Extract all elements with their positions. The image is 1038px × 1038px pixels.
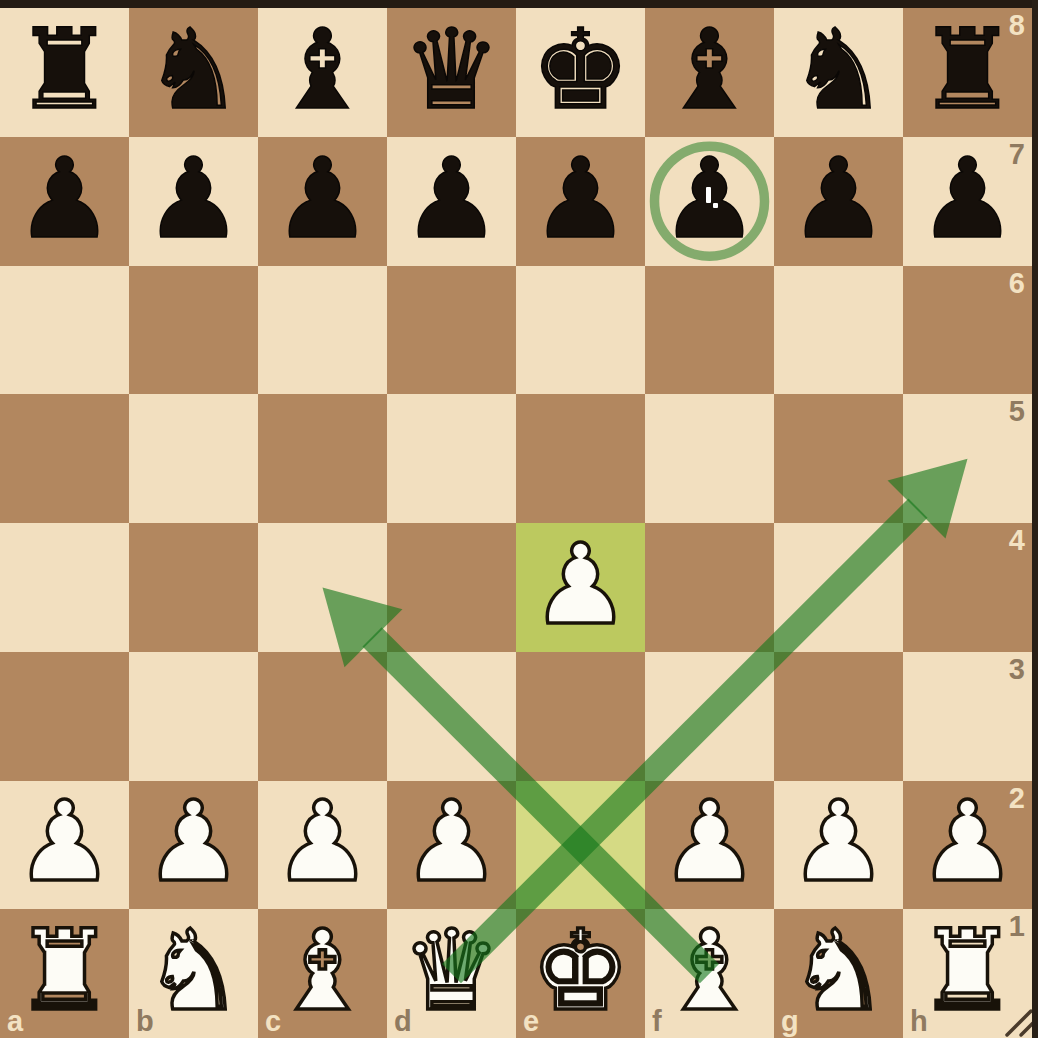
file-label-b: b — [136, 1007, 154, 1036]
square-a6[interactable] — [0, 266, 129, 395]
square-f6[interactable] — [645, 266, 774, 395]
square-g5[interactable] — [774, 394, 903, 523]
rank-label-4: 4 — [1009, 526, 1025, 555]
square-f3[interactable] — [645, 652, 774, 781]
square-c8[interactable]: ♝ — [258, 8, 387, 137]
file-label-c: c — [265, 1007, 281, 1036]
file-label-a: a — [7, 1007, 23, 1036]
white-bishop-f1[interactable]: ♝ — [645, 909, 774, 1038]
square-d8[interactable]: ♛ — [387, 8, 516, 137]
square-g2[interactable]: ♟ — [774, 781, 903, 910]
black-bishop-f8[interactable]: ♝ — [645, 8, 774, 137]
white-pawn-b2[interactable]: ♟ — [129, 781, 258, 910]
black-pawn-e7[interactable]: ♟ — [516, 137, 645, 266]
black-pawn-d7[interactable]: ♟ — [387, 137, 516, 266]
square-c3[interactable] — [258, 652, 387, 781]
square-b8[interactable]: ♞ — [129, 8, 258, 137]
square-e8[interactable]: ♚ — [516, 8, 645, 137]
white-pawn-c2[interactable]: ♟ — [258, 781, 387, 910]
rank-label-6: 6 — [1009, 269, 1025, 298]
square-b6[interactable] — [129, 266, 258, 395]
square-a5[interactable] — [0, 394, 129, 523]
square-g8[interactable]: ♞ — [774, 8, 903, 137]
square-h6[interactable]: 6 — [903, 266, 1032, 395]
square-f1[interactable]: ♝f — [645, 909, 774, 1038]
square-b1[interactable]: ♞b — [129, 909, 258, 1038]
black-pawn-c7[interactable]: ♟ — [258, 137, 387, 266]
black-queen-d8[interactable]: ♛ — [387, 8, 516, 137]
square-c5[interactable] — [258, 394, 387, 523]
square-c7[interactable]: ♟ — [258, 137, 387, 266]
square-g4[interactable] — [774, 523, 903, 652]
square-e7[interactable]: ♟ — [516, 137, 645, 266]
mouse-cursor-mark — [706, 187, 724, 209]
file-label-e: e — [523, 1007, 539, 1036]
square-f8[interactable]: ♝ — [645, 8, 774, 137]
square-a1[interactable]: ♜a — [0, 909, 129, 1038]
file-label-f: f — [652, 1007, 662, 1036]
black-pawn-g7[interactable]: ♟ — [774, 137, 903, 266]
square-a4[interactable] — [0, 523, 129, 652]
square-b7[interactable]: ♟ — [129, 137, 258, 266]
rank-label-3: 3 — [1009, 655, 1025, 684]
chess-app-window: ♜♞♝♛♚♝♞♜8♟♟♟♟♟♟♟♟765♟43♟♟♟♟♟♟♟2♜a♞b♝c♛d♚… — [0, 0, 1038, 1038]
black-knight-g8[interactable]: ♞ — [774, 8, 903, 137]
square-d2[interactable]: ♟ — [387, 781, 516, 910]
square-d7[interactable]: ♟ — [387, 137, 516, 266]
square-h5[interactable]: 5 — [903, 394, 1032, 523]
square-d6[interactable] — [387, 266, 516, 395]
square-b4[interactable] — [129, 523, 258, 652]
square-a8[interactable]: ♜ — [0, 8, 129, 137]
black-knight-b8[interactable]: ♞ — [129, 8, 258, 137]
board-top-border — [0, 0, 1038, 8]
square-g6[interactable] — [774, 266, 903, 395]
file-label-d: d — [394, 1007, 412, 1036]
square-h1[interactable]: ♜1h — [903, 909, 1032, 1038]
black-bishop-c8[interactable]: ♝ — [258, 8, 387, 137]
square-a2[interactable]: ♟ — [0, 781, 129, 910]
board-right-border — [1032, 0, 1038, 1038]
rank-label-1: 1 — [1009, 912, 1025, 941]
square-c2[interactable]: ♟ — [258, 781, 387, 910]
square-e3[interactable] — [516, 652, 645, 781]
white-pawn-a2[interactable]: ♟ — [0, 781, 129, 910]
square-c1[interactable]: ♝c — [258, 909, 387, 1038]
square-a7[interactable]: ♟ — [0, 137, 129, 266]
rank-label-7: 7 — [1009, 140, 1025, 169]
square-e6[interactable] — [516, 266, 645, 395]
square-h3[interactable]: 3 — [903, 652, 1032, 781]
white-pawn-d2[interactable]: ♟ — [387, 781, 516, 910]
square-b5[interactable] — [129, 394, 258, 523]
rank-label-2: 2 — [1009, 784, 1025, 813]
black-king-e8[interactable]: ♚ — [516, 8, 645, 137]
square-c4[interactable] — [258, 523, 387, 652]
square-a3[interactable] — [0, 652, 129, 781]
square-e1[interactable]: ♚e — [516, 909, 645, 1038]
square-d4[interactable] — [387, 523, 516, 652]
square-e2[interactable] — [516, 781, 645, 910]
black-rook-a8[interactable]: ♜ — [0, 8, 129, 137]
file-label-g: g — [781, 1007, 799, 1036]
square-d1[interactable]: ♛d — [387, 909, 516, 1038]
square-d5[interactable] — [387, 394, 516, 523]
square-f4[interactable] — [645, 523, 774, 652]
square-e5[interactable] — [516, 394, 645, 523]
square-g7[interactable]: ♟ — [774, 137, 903, 266]
black-pawn-a7[interactable]: ♟ — [0, 137, 129, 266]
rank-label-8: 8 — [1009, 11, 1025, 40]
square-g3[interactable] — [774, 652, 903, 781]
square-d3[interactable] — [387, 652, 516, 781]
square-h4[interactable]: 4 — [903, 523, 1032, 652]
black-pawn-b7[interactable]: ♟ — [129, 137, 258, 266]
square-e4[interactable]: ♟ — [516, 523, 645, 652]
square-h7[interactable]: ♟7 — [903, 137, 1032, 266]
file-label-h: h — [910, 1007, 928, 1036]
chess-board: ♜♞♝♛♚♝♞♜8♟♟♟♟♟♟♟♟765♟43♟♟♟♟♟♟♟2♜a♞b♝c♛d♚… — [0, 8, 1032, 1038]
square-b2[interactable]: ♟ — [129, 781, 258, 910]
white-pawn-e4[interactable]: ♟ — [516, 523, 645, 652]
white-pawn-f2[interactable]: ♟ — [645, 781, 774, 910]
square-h2[interactable]: ♟2 — [903, 781, 1032, 910]
square-c6[interactable] — [258, 266, 387, 395]
rank-label-5: 5 — [1009, 397, 1025, 426]
square-f5[interactable] — [645, 394, 774, 523]
square-h8[interactable]: ♜8 — [903, 8, 1032, 137]
square-g1[interactable]: ♞g — [774, 909, 903, 1038]
square-f2[interactable]: ♟ — [645, 781, 774, 910]
white-pawn-g2[interactable]: ♟ — [774, 781, 903, 910]
square-b3[interactable] — [129, 652, 258, 781]
